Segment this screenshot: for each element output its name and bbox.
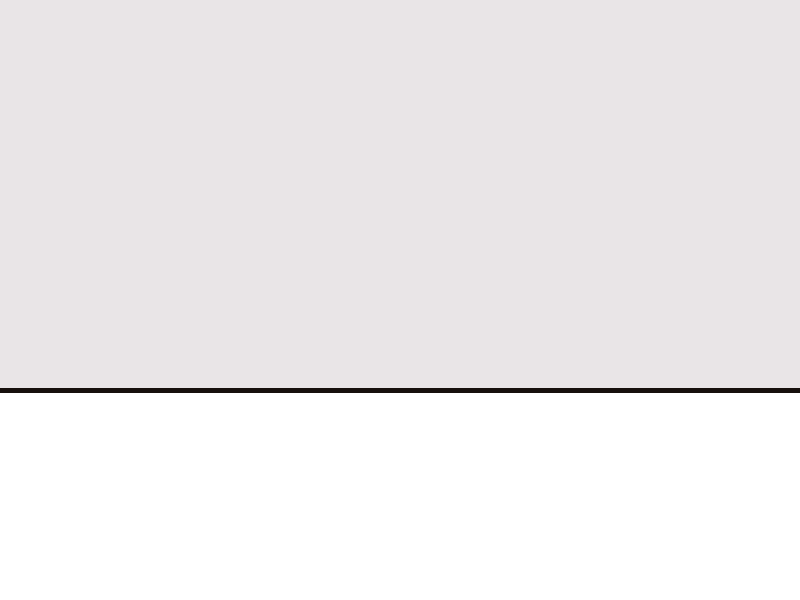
comic-page: 7654365♟♟♟♟♜♟♟♞♝ 8/1p2p1p1/5p2/1r6/8/P1P…: [0, 0, 800, 600]
panel-background: [0, 0, 800, 392]
gutter-blank: [0, 393, 800, 600]
chessboard-panel: 7654365♟♟♟♟♜♟♟♞♝: [0, 0, 800, 600]
panel-border-line: [0, 388, 800, 393]
